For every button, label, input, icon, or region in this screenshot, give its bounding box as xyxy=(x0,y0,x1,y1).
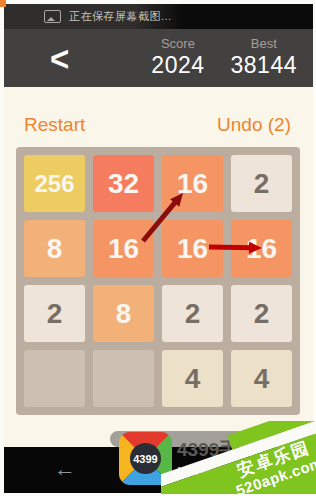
tile-r0c1: 32 xyxy=(93,155,154,212)
tile-r3c2: 4 xyxy=(162,350,223,407)
promo-url-text: www xyxy=(178,462,211,478)
back-button[interactable]: < xyxy=(50,41,69,76)
score-value: 2024 xyxy=(151,52,204,78)
tile-r1c3: 16 xyxy=(231,220,292,277)
toolbar: Restart Undo (2) xyxy=(4,108,313,142)
score-block: Score 2024 xyxy=(151,37,204,78)
screenshot-image-icon xyxy=(44,10,61,23)
status-bar: 正在保存屏幕截图... xyxy=(4,4,313,29)
restart-button[interactable]: Restart xyxy=(24,114,85,136)
tile-r2c2: 2 xyxy=(162,285,223,342)
undo-button[interactable]: Undo (2) xyxy=(217,114,291,136)
status-notification-text: 正在保存屏幕截图... xyxy=(69,9,172,24)
tile-r0c0: 256 xyxy=(24,155,85,212)
tile-r3c0 xyxy=(24,350,85,407)
nav-back-arrow-icon[interactable]: ← xyxy=(54,456,76,482)
tile-r0c3: 2 xyxy=(231,155,292,212)
app-icon-label: 4399 xyxy=(133,453,157,465)
tile-r2c3: 2 xyxy=(231,285,292,342)
best-label: Best xyxy=(231,37,297,52)
promo-title-text: 4399手机 xyxy=(177,437,257,463)
score-panel: Score 2024 Best 38144 xyxy=(151,37,297,78)
tile-r1c1: 16 xyxy=(93,220,154,277)
game-board: 256321628161616282244 xyxy=(16,147,300,415)
score-label: Score xyxy=(151,37,204,52)
4399-app-icon[interactable]: 4399 xyxy=(118,431,173,486)
tile-r3c3: 4 xyxy=(231,350,292,407)
best-block: Best 38144 xyxy=(231,37,297,78)
tile-r2c0: 2 xyxy=(24,285,85,342)
header-bar: < Score 2024 Best 38144 xyxy=(4,29,313,87)
tile-r1c0: 8 xyxy=(24,220,85,277)
tile-r3c1 xyxy=(93,350,154,407)
tile-r1c2: 16 xyxy=(162,220,223,277)
best-value: 38144 xyxy=(231,52,297,78)
orange-corner-chip xyxy=(0,0,6,7)
tile-r0c2: 16 xyxy=(162,155,223,212)
tile-r2c1: 8 xyxy=(93,285,154,342)
board-grid[interactable]: 256321628161616282244 xyxy=(24,155,292,407)
